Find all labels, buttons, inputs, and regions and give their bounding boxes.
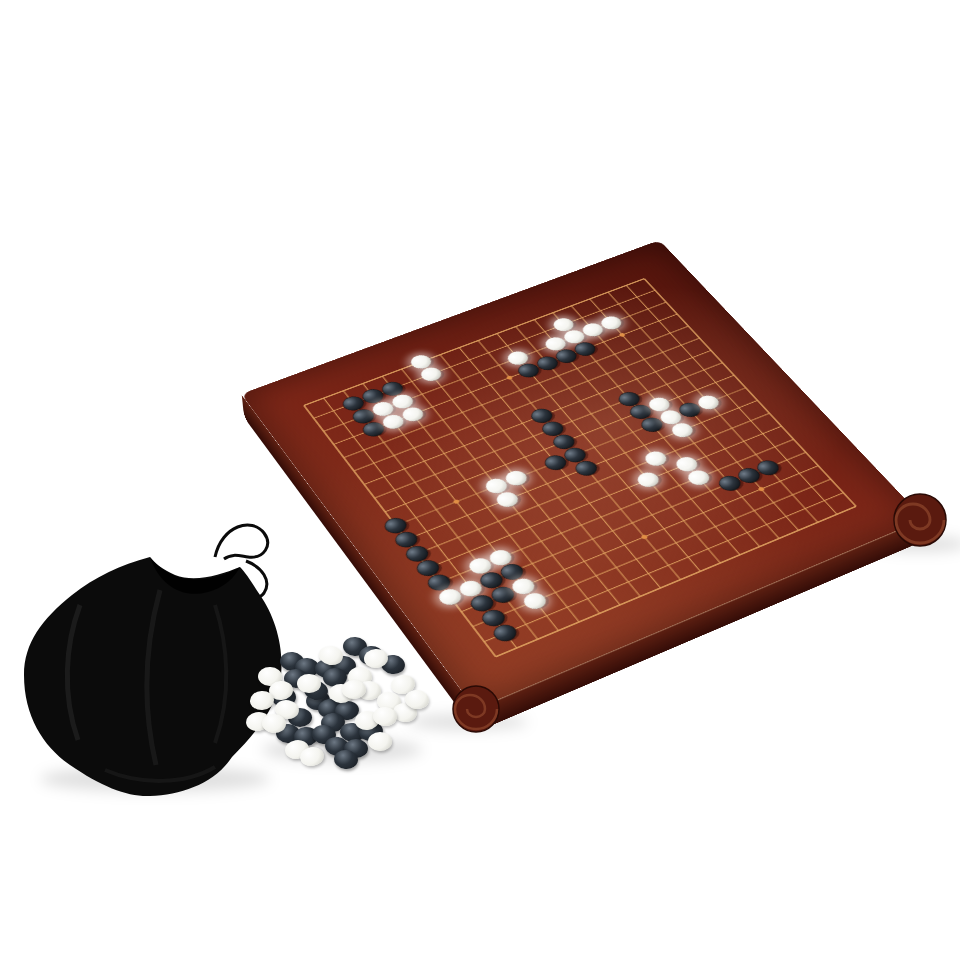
white-stone xyxy=(368,732,392,751)
white-stone xyxy=(250,690,275,710)
stone-pile xyxy=(0,0,960,960)
product-photo-scene xyxy=(0,0,960,960)
white-stone xyxy=(373,706,398,726)
